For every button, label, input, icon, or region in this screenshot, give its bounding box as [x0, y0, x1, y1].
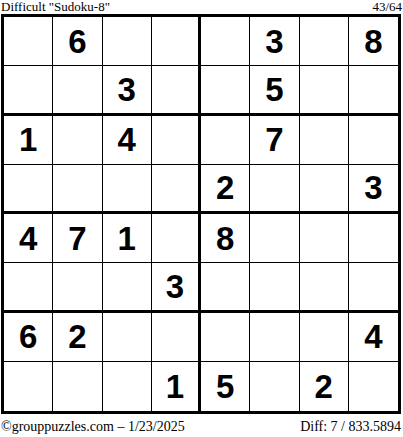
cell-r7c4-empty[interactable] [152, 313, 201, 362]
cell-r7c8-given[interactable]: 4 [349, 313, 398, 362]
cell-r2c2-empty[interactable] [53, 66, 102, 115]
cell-r4c5-given[interactable]: 2 [201, 165, 250, 214]
cell-r5c2-given[interactable]: 7 [53, 214, 102, 263]
puzzle-page: Difficult "Sudoku-8" 43/64 6383514723471… [0, 0, 403, 437]
cell-r1c6-given[interactable]: 3 [250, 17, 299, 66]
header: Difficult "Sudoku-8" 43/64 [0, 0, 403, 14]
cell-r1c2-given[interactable]: 6 [53, 17, 102, 66]
cell-r3c1-given[interactable]: 1 [4, 116, 53, 165]
cell-r2c7-empty[interactable] [300, 66, 349, 115]
cell-r3c7-empty[interactable] [300, 116, 349, 165]
cell-r6c4-given[interactable]: 3 [152, 263, 201, 312]
cell-r8c4-given[interactable]: 1 [152, 362, 201, 411]
cell-r3c2-empty[interactable] [53, 116, 102, 165]
cell-r6c7-empty[interactable] [300, 263, 349, 312]
cell-r1c8-given[interactable]: 8 [349, 17, 398, 66]
cell-r2c6-given[interactable]: 5 [250, 66, 299, 115]
page-title: Difficult "Sudoku-8" [1, 0, 110, 13]
cell-r7c5-empty[interactable] [201, 313, 250, 362]
cell-r1c3-empty[interactable] [103, 17, 152, 66]
cell-r1c4-empty[interactable] [152, 17, 201, 66]
cell-r2c4-empty[interactable] [152, 66, 201, 115]
cell-r6c8-empty[interactable] [349, 263, 398, 312]
cell-r4c4-empty[interactable] [152, 165, 201, 214]
cell-r8c2-empty[interactable] [53, 362, 102, 411]
cell-r4c3-empty[interactable] [103, 165, 152, 214]
cell-r1c1-empty[interactable] [4, 17, 53, 66]
cell-r5c6-empty[interactable] [250, 214, 299, 263]
puzzle-counter: 43/64 [372, 0, 402, 13]
cell-r1c5-empty[interactable] [201, 17, 250, 66]
cell-r5c1-given[interactable]: 4 [4, 214, 53, 263]
cell-r4c6-empty[interactable] [250, 165, 299, 214]
cell-r3c4-empty[interactable] [152, 116, 201, 165]
cell-r2c1-empty[interactable] [4, 66, 53, 115]
cell-r4c1-empty[interactable] [4, 165, 53, 214]
cell-r8c8-empty[interactable] [349, 362, 398, 411]
cell-r8c6-empty[interactable] [250, 362, 299, 411]
cell-r1c7-empty[interactable] [300, 17, 349, 66]
cell-r2c5-empty[interactable] [201, 66, 250, 115]
cell-r5c4-empty[interactable] [152, 214, 201, 263]
cell-r6c6-empty[interactable] [250, 263, 299, 312]
footer: ©grouppuzzles.com – 1/23/2025 Diff: 7 / … [0, 414, 403, 434]
cell-r2c8-empty[interactable] [349, 66, 398, 115]
cell-r3c6-given[interactable]: 7 [250, 116, 299, 165]
difficulty-text: Diff: 7 / 833.5894 [300, 420, 401, 434]
cell-r6c3-empty[interactable] [103, 263, 152, 312]
cell-r5c7-empty[interactable] [300, 214, 349, 263]
cell-r7c2-given[interactable]: 2 [53, 313, 102, 362]
cell-r5c8-empty[interactable] [349, 214, 398, 263]
cell-r7c3-empty[interactable] [103, 313, 152, 362]
cell-r3c3-given[interactable]: 4 [103, 116, 152, 165]
cell-r7c1-given[interactable]: 6 [4, 313, 53, 362]
cell-r2c3-given[interactable]: 3 [103, 66, 152, 115]
cell-r8c3-empty[interactable] [103, 362, 152, 411]
cell-r3c8-empty[interactable] [349, 116, 398, 165]
cell-r5c3-given[interactable]: 1 [103, 214, 152, 263]
cell-r6c1-empty[interactable] [4, 263, 53, 312]
cell-r3c5-empty[interactable] [201, 116, 250, 165]
cell-r6c2-empty[interactable] [53, 263, 102, 312]
cell-r8c5-given[interactable]: 5 [201, 362, 250, 411]
cell-r6c5-empty[interactable] [201, 263, 250, 312]
cell-r7c7-empty[interactable] [300, 313, 349, 362]
cell-r4c8-given[interactable]: 3 [349, 165, 398, 214]
cell-r8c1-empty[interactable] [4, 362, 53, 411]
copyright-text: ©grouppuzzles.com – 1/23/2025 [1, 420, 185, 434]
cell-r4c7-empty[interactable] [300, 165, 349, 214]
cell-r7c6-empty[interactable] [250, 313, 299, 362]
cell-r5c5-given[interactable]: 8 [201, 214, 250, 263]
cell-r8c7-given[interactable]: 2 [300, 362, 349, 411]
sudoku-grid: 638351472347183624152 [1, 14, 401, 414]
cell-r4c2-empty[interactable] [53, 165, 102, 214]
